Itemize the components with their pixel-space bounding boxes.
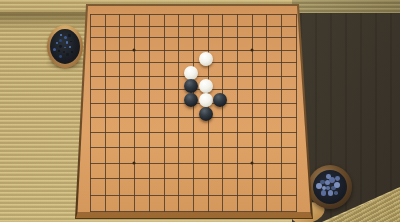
bowl-stone [58,50,60,52]
white-stone[interactable] [199,52,213,66]
grid-line [193,14,194,212]
grid-line [90,26,297,27]
grid-line [90,147,297,148]
tatami-mat-edge [0,12,98,32]
bowl-stone [71,51,73,53]
bowl-stone [56,42,58,44]
grid-line [237,14,238,212]
bowl-stone [59,55,62,58]
black-stone[interactable] [184,93,198,107]
black-stones-in-bowl [50,29,80,64]
bowl-stone [69,46,72,49]
grid-line [222,14,223,212]
grid-line [119,14,120,212]
grid-line [90,195,297,196]
far-floor-strip [292,0,400,13]
grid-line [164,14,165,212]
star-point [250,48,253,51]
grid-line [252,14,253,212]
bowl-stone [326,174,331,179]
black-stone[interactable] [184,79,198,93]
bowl-stone [328,190,333,195]
grid-line [90,62,297,63]
grid-line [90,37,297,38]
bowl-stone [53,48,56,51]
bowl-stone [68,34,71,37]
bowl-stone [59,39,62,42]
white-stone[interactable] [199,93,213,107]
bowl-stone [66,41,68,43]
grid-line [90,14,297,15]
white-stone[interactable] [184,66,198,80]
grid-line [90,132,297,133]
bowl-stone [321,190,327,196]
grid-line [105,14,106,212]
star-point [133,48,136,51]
star-point [133,161,136,164]
white-stone[interactable] [199,79,213,93]
white-stones-in-bowl [313,170,347,204]
bowl-stone [334,182,340,188]
grid-line [90,50,297,51]
grid-line [90,14,91,212]
bowl-stone [66,53,69,56]
grid-line [90,178,297,179]
go-board-scene [0,0,400,222]
black-stone[interactable] [213,93,227,107]
bowl-stone [316,183,322,189]
bowl-stone [59,45,62,48]
grid-line [90,163,297,164]
bowl-stone [64,47,66,49]
grid-line [266,14,267,212]
black-stone[interactable] [199,107,213,121]
bowl-stone [70,41,72,43]
grid-line [90,117,297,118]
grid-line [296,14,297,212]
grid-line [149,14,150,212]
bowl-stone [64,36,67,39]
bowl-stone [60,34,62,36]
grid-line [281,14,282,212]
grid-line [134,14,135,212]
star-point [250,161,253,164]
bowl-stone [334,191,338,195]
bowl-stone [63,51,65,53]
grid-line [178,14,179,212]
grid-line [90,211,297,212]
bowl-stone [335,176,340,181]
bowl-stone [326,186,330,190]
